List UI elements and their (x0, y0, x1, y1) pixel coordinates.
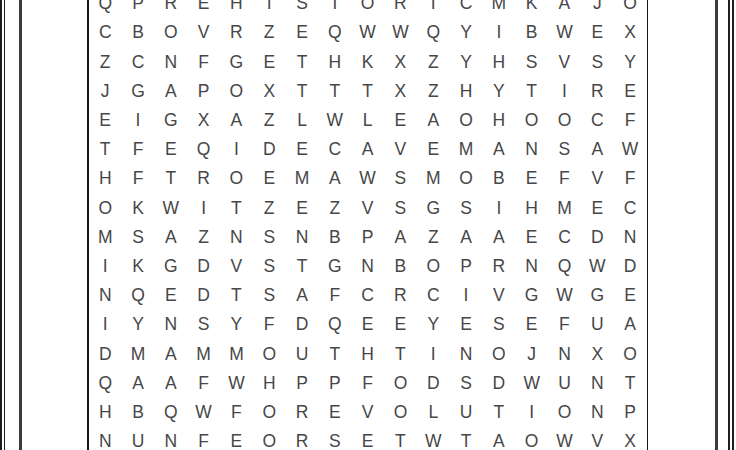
grid-cell-r13c10: T (384, 340, 417, 369)
grid-cell-r16c14: O (515, 427, 548, 450)
grid-cell-r16c1: N (89, 427, 122, 450)
grid-cell-r1c7: S (286, 0, 319, 19)
grid-cell-r6c11: E (417, 135, 450, 164)
grid-cell-r8c16: E (581, 194, 614, 223)
grid-cell-r15c16: N (581, 398, 614, 427)
grid-cell-r8c7: E (286, 194, 319, 223)
grid-cell-r12c7: D (286, 310, 319, 339)
grid-cell-r15c2: B (122, 398, 155, 427)
grid-cell-r7c15: F (548, 165, 581, 194)
grid-cell-r11c5: T (220, 281, 253, 310)
grid-cell-r3c5: G (220, 48, 253, 77)
grid-cell-r12c1: I (89, 310, 122, 339)
grid-cell-r14c14: W (515, 369, 548, 398)
grid-cell-r8c10: S (384, 194, 417, 223)
grid-cell-r7c8: A (318, 165, 351, 194)
grid-cell-r2c3: O (154, 19, 187, 48)
grid-cell-r9c10: A (384, 223, 417, 252)
grid-cell-r11c3: E (154, 281, 187, 310)
grid-cell-r11c9: C (351, 281, 384, 310)
grid-cell-r11c1: N (89, 281, 122, 310)
grid-cell-r1c13: M (482, 0, 515, 19)
grid-cell-r12c14: E (515, 310, 548, 339)
grid-cell-r16c17: X (614, 427, 647, 450)
grid-cell-r16c16: V (581, 427, 614, 450)
grid-cell-r2c7: E (286, 19, 319, 48)
grid-cell-r1c16: J (581, 0, 614, 19)
grid-cell-r3c7: T (286, 48, 319, 77)
grid-cell-r14c2: A (122, 369, 155, 398)
letter-grid: QPREHISTORICMKAJOCBOVRZEQWWQYIBWEXZCNFGE… (89, 0, 647, 450)
grid-cell-r5c15: O (548, 106, 581, 135)
grid-cell-r7c2: F (122, 165, 155, 194)
grid-cell-r4c9: T (351, 77, 384, 106)
page-frame-outer-left-line2 (4, 0, 6, 450)
grid-cell-r5c5: A (220, 106, 253, 135)
grid-cell-r8c17: C (614, 194, 647, 223)
grid-cell-r3c14: S (515, 48, 548, 77)
grid-cell-r11c14: G (515, 281, 548, 310)
grid-cell-r13c11: I (417, 340, 450, 369)
grid-cell-r1c14: K (515, 0, 548, 19)
grid-cell-r4c10: X (384, 77, 417, 106)
grid-cell-r11c2: Q (122, 281, 155, 310)
grid-cell-r5c3: G (154, 106, 187, 135)
grid-cell-r3c3: N (154, 48, 187, 77)
grid-cell-r5c8: W (318, 106, 351, 135)
grid-cell-r13c7: U (286, 340, 319, 369)
grid-cell-r9c5: N (220, 223, 253, 252)
grid-cell-r4c16: R (581, 77, 614, 106)
grid-cell-r7c3: T (154, 165, 187, 194)
grid-cell-r4c17: E (614, 77, 647, 106)
grid-cell-r8c8: Z (318, 194, 351, 223)
grid-cell-r7c10: S (384, 165, 417, 194)
grid-cell-r16c4: F (187, 427, 220, 450)
grid-cell-r14c11: D (417, 369, 450, 398)
grid-cell-r16c10: T (384, 427, 417, 450)
grid-cell-r6c9: A (351, 135, 384, 164)
grid-cell-r6c13: A (482, 135, 515, 164)
grid-cell-r9c15: C (548, 223, 581, 252)
grid-cell-r5c12: O (450, 106, 483, 135)
grid-cell-r15c15: O (548, 398, 581, 427)
puzzle-box-right-border (647, 0, 649, 450)
grid-cell-r1c8: T (318, 0, 351, 19)
grid-cell-r15c7: R (286, 398, 319, 427)
grid-cell-r2c10: W (384, 19, 417, 48)
grid-cell-r2c16: E (581, 19, 614, 48)
grid-cell-r3c16: S (581, 48, 614, 77)
grid-cell-r13c9: H (351, 340, 384, 369)
grid-cell-r9c1: M (89, 223, 122, 252)
grid-cell-r4c14: T (515, 77, 548, 106)
grid-cell-r3c6: E (253, 48, 286, 77)
grid-cell-r14c5: W (220, 369, 253, 398)
grid-cell-r15c9: V (351, 398, 384, 427)
grid-cell-r5c4: X (187, 106, 220, 135)
grid-cell-r12c6: F (253, 310, 286, 339)
grid-cell-r5c7: L (286, 106, 319, 135)
grid-cell-r13c2: M (122, 340, 155, 369)
grid-cell-r14c1: Q (89, 369, 122, 398)
grid-cell-r15c13: T (482, 398, 515, 427)
grid-cell-r5c13: H (482, 106, 515, 135)
grid-cell-r9c11: Z (417, 223, 450, 252)
grid-cell-r10c2: K (122, 252, 155, 281)
grid-cell-r13c12: N (450, 340, 483, 369)
grid-cell-r12c13: S (482, 310, 515, 339)
grid-cell-r13c13: O (482, 340, 515, 369)
grid-cell-r7c11: M (417, 165, 450, 194)
grid-cell-r4c3: A (154, 77, 187, 106)
grid-cell-r7c5: O (220, 165, 253, 194)
grid-cell-r4c15: I (548, 77, 581, 106)
grid-cell-r13c6: O (253, 340, 286, 369)
grid-cell-r15c3: Q (154, 398, 187, 427)
grid-cell-r9c6: S (253, 223, 286, 252)
grid-cell-r1c3: R (154, 0, 187, 19)
grid-cell-r13c14: J (515, 340, 548, 369)
grid-cell-r1c6: I (253, 0, 286, 19)
grid-cell-r6c1: T (89, 135, 122, 164)
grid-cell-r6c14: N (515, 135, 548, 164)
grid-cell-r8c1: O (89, 194, 122, 223)
grid-cell-r2c11: Q (417, 19, 450, 48)
grid-cell-r8c5: T (220, 194, 253, 223)
grid-cell-r5c14: O (515, 106, 548, 135)
grid-cell-r6c4: Q (187, 135, 220, 164)
grid-cell-r7c16: V (581, 165, 614, 194)
grid-cell-r13c8: T (318, 340, 351, 369)
grid-cell-r10c9: N (351, 252, 384, 281)
grid-cell-r10c5: V (220, 252, 253, 281)
grid-cell-r10c8: G (318, 252, 351, 281)
grid-cell-r15c1: H (89, 398, 122, 427)
grid-cell-r1c2: P (122, 0, 155, 19)
grid-cell-r11c16: G (581, 281, 614, 310)
grid-cell-r7c9: W (351, 165, 384, 194)
grid-cell-r7c4: R (187, 165, 220, 194)
grid-cell-r4c6: X (253, 77, 286, 106)
grid-cell-r3c10: X (384, 48, 417, 77)
grid-cell-r1c9: O (351, 0, 384, 19)
grid-cell-r2c2: B (122, 19, 155, 48)
grid-cell-r11c10: R (384, 281, 417, 310)
grid-cell-r6c16: A (581, 135, 614, 164)
grid-cell-r5c6: Z (253, 106, 286, 135)
grid-cell-r15c6: O (253, 398, 286, 427)
grid-cell-r6c7: E (286, 135, 319, 164)
grid-cell-r15c4: W (187, 398, 220, 427)
grid-cell-r10c4: D (187, 252, 220, 281)
grid-cell-r10c7: T (286, 252, 319, 281)
grid-cell-r4c12: H (450, 77, 483, 106)
grid-cell-r4c2: G (122, 77, 155, 106)
grid-cell-r9c17: N (614, 223, 647, 252)
grid-cell-r3c15: V (548, 48, 581, 77)
grid-cell-r11c11: C (417, 281, 450, 310)
grid-cell-r3c11: Z (417, 48, 450, 77)
grid-cell-r13c16: X (581, 340, 614, 369)
grid-cell-r16c11: W (417, 427, 450, 450)
grid-cell-r16c13: A (482, 427, 515, 450)
grid-cell-r1c12: C (450, 0, 483, 19)
grid-cell-r11c15: W (548, 281, 581, 310)
grid-cell-r7c17: F (614, 165, 647, 194)
grid-cell-r16c15: W (548, 427, 581, 450)
grid-cell-r6c15: S (548, 135, 581, 164)
grid-cell-r12c8: Q (318, 310, 351, 339)
grid-cell-r3c17: Y (614, 48, 647, 77)
grid-cell-r9c7: N (286, 223, 319, 252)
grid-cell-r4c1: J (89, 77, 122, 106)
grid-cell-r10c14: N (515, 252, 548, 281)
grid-cell-r1c17: O (614, 0, 647, 19)
grid-cell-r15c11: L (417, 398, 450, 427)
grid-cell-r13c17: O (614, 340, 647, 369)
grid-cell-r9c8: B (318, 223, 351, 252)
page-frame-inner-left-line (19, 0, 23, 450)
grid-cell-r9c13: A (482, 223, 515, 252)
grid-cell-r14c3: A (154, 369, 187, 398)
grid-cell-r15c8: E (318, 398, 351, 427)
grid-cell-r6c8: C (318, 135, 351, 164)
grid-cell-r2c13: I (482, 19, 515, 48)
grid-cell-r16c6: O (253, 427, 286, 450)
grid-cell-r2c6: Z (253, 19, 286, 48)
grid-cell-r10c6: S (253, 252, 286, 281)
grid-cell-r13c4: M (187, 340, 220, 369)
grid-cell-r3c4: F (187, 48, 220, 77)
grid-cell-r2c14: B (515, 19, 548, 48)
grid-cell-r10c15: Q (548, 252, 581, 281)
grid-cell-r6c5: I (220, 135, 253, 164)
grid-cell-r1c15: A (548, 0, 581, 19)
grid-cell-r8c9: V (351, 194, 384, 223)
grid-cell-r5c16: C (581, 106, 614, 135)
grid-cell-r13c1: D (89, 340, 122, 369)
grid-cell-r8c4: I (187, 194, 220, 223)
grid-cell-r12c2: Y (122, 310, 155, 339)
grid-cell-r3c1: Z (89, 48, 122, 77)
grid-cell-r4c11: Z (417, 77, 450, 106)
grid-cell-r10c11: O (417, 252, 450, 281)
grid-cell-r7c6: E (253, 165, 286, 194)
grid-cell-r7c13: B (482, 165, 515, 194)
grid-cell-r3c2: C (122, 48, 155, 77)
grid-cell-r9c16: D (581, 223, 614, 252)
grid-cell-r8c13: I (482, 194, 515, 223)
grid-cell-r10c10: B (384, 252, 417, 281)
grid-cell-r2c4: V (187, 19, 220, 48)
grid-cell-r3c13: H (482, 48, 515, 77)
grid-cell-r10c12: P (450, 252, 483, 281)
grid-cell-r4c4: P (187, 77, 220, 106)
grid-cell-r4c13: Y (482, 77, 515, 106)
grid-cell-r16c3: N (154, 427, 187, 450)
page-frame-outer-right-line (732, 0, 734, 450)
grid-cell-r14c15: U (548, 369, 581, 398)
grid-cell-r2c8: Q (318, 19, 351, 48)
grid-cell-r5c10: E (384, 106, 417, 135)
grid-cell-r8c14: H (515, 194, 548, 223)
grid-cell-r6c3: E (154, 135, 187, 164)
grid-cell-r8c12: S (450, 194, 483, 223)
grid-cell-r9c2: S (122, 223, 155, 252)
grid-cell-r2c5: R (220, 19, 253, 48)
grid-cell-r16c9: E (351, 427, 384, 450)
grid-cell-r2c9: W (351, 19, 384, 48)
grid-cell-r5c17: F (614, 106, 647, 135)
grid-cell-r12c12: E (450, 310, 483, 339)
grid-cell-r6c12: M (450, 135, 483, 164)
grid-cell-r13c3: A (154, 340, 187, 369)
grid-cell-r13c5: M (220, 340, 253, 369)
grid-cell-r7c14: E (515, 165, 548, 194)
grid-cell-r6c2: F (122, 135, 155, 164)
grid-cell-r16c5: E (220, 427, 253, 450)
grid-cell-r4c7: T (286, 77, 319, 106)
grid-cell-r7c12: O (450, 165, 483, 194)
grid-cell-r5c9: L (351, 106, 384, 135)
grid-cell-r14c9: F (351, 369, 384, 398)
grid-cell-r14c12: S (450, 369, 483, 398)
grid-cell-r14c8: P (318, 369, 351, 398)
grid-cell-r5c1: E (89, 106, 122, 135)
grid-cell-r15c10: O (384, 398, 417, 427)
grid-cell-r11c12: I (450, 281, 483, 310)
grid-cell-r10c3: G (154, 252, 187, 281)
grid-cell-r13c15: N (548, 340, 581, 369)
grid-cell-r11c7: A (286, 281, 319, 310)
worksheet-page: QPREHISTORICMKAJOCBOVRZEQWWQYIBWEXZCNFGE… (0, 0, 736, 450)
grid-cell-r8c3: W (154, 194, 187, 223)
grid-cell-r3c9: K (351, 48, 384, 77)
grid-cell-r1c10: R (384, 0, 417, 19)
grid-cell-r10c13: R (482, 252, 515, 281)
grid-cell-r12c9: E (351, 310, 384, 339)
grid-cell-r10c1: I (89, 252, 122, 281)
grid-cell-r12c5: Y (220, 310, 253, 339)
grid-cell-r9c14: E (515, 223, 548, 252)
grid-cell-r16c12: T (450, 427, 483, 450)
grid-cell-r8c6: Z (253, 194, 286, 223)
grid-cell-r3c12: Y (450, 48, 483, 77)
grid-cell-r10c16: W (581, 252, 614, 281)
grid-cell-r14c4: F (187, 369, 220, 398)
grid-cell-r16c7: R (286, 427, 319, 450)
grid-cell-r15c17: P (614, 398, 647, 427)
grid-cell-r6c17: W (614, 135, 647, 164)
grid-cell-r8c2: K (122, 194, 155, 223)
grid-cell-r12c16: U (581, 310, 614, 339)
grid-cell-r16c8: S (318, 427, 351, 450)
grid-cell-r12c11: Y (417, 310, 450, 339)
grid-cell-r15c5: F (220, 398, 253, 427)
grid-cell-r9c4: Z (187, 223, 220, 252)
page-frame-outer-left-line (0, 0, 2, 450)
grid-cell-r1c4: E (187, 0, 220, 19)
grid-cell-r3c8: H (318, 48, 351, 77)
grid-cell-r14c17: T (614, 369, 647, 398)
grid-cell-r9c9: P (351, 223, 384, 252)
grid-cell-r4c8: T (318, 77, 351, 106)
grid-cell-r12c17: A (614, 310, 647, 339)
grid-cell-r1c5: H (220, 0, 253, 19)
grid-cell-r10c17: D (614, 252, 647, 281)
page-frame-inner-right-line (715, 0, 719, 450)
grid-cell-r6c6: D (253, 135, 286, 164)
grid-cell-r14c10: O (384, 369, 417, 398)
grid-cell-r14c13: D (482, 369, 515, 398)
grid-cell-r1c1: Q (89, 0, 122, 19)
grid-cell-r7c1: H (89, 165, 122, 194)
grid-cell-r12c4: S (187, 310, 220, 339)
grid-cell-r11c17: E (614, 281, 647, 310)
grid-cell-r2c17: X (614, 19, 647, 48)
grid-cell-r15c12: U (450, 398, 483, 427)
grid-cell-r8c11: G (417, 194, 450, 223)
page-frame-outer-right-line2 (728, 0, 730, 450)
grid-cell-r8c15: M (548, 194, 581, 223)
grid-cell-r11c4: D (187, 281, 220, 310)
grid-cell-r2c15: W (548, 19, 581, 48)
grid-cell-r11c8: F (318, 281, 351, 310)
grid-cell-r11c13: V (482, 281, 515, 310)
grid-cell-r11c6: S (253, 281, 286, 310)
grid-cell-r14c16: N (581, 369, 614, 398)
grid-cell-r5c2: I (122, 106, 155, 135)
grid-cell-r5c11: A (417, 106, 450, 135)
grid-cell-r6c10: V (384, 135, 417, 164)
grid-cell-r16c2: U (122, 427, 155, 450)
grid-cell-r12c10: E (384, 310, 417, 339)
grid-cell-r12c15: F (548, 310, 581, 339)
grid-cell-r1c11: I (417, 0, 450, 19)
grid-cell-r14c7: P (286, 369, 319, 398)
grid-cell-r9c3: A (154, 223, 187, 252)
grid-cell-r12c3: N (154, 310, 187, 339)
grid-cell-r14c6: H (253, 369, 286, 398)
grid-cell-r4c5: O (220, 77, 253, 106)
grid-cell-r15c14: I (515, 398, 548, 427)
grid-cell-r7c7: M (286, 165, 319, 194)
grid-cell-r2c1: C (89, 19, 122, 48)
grid-cell-r2c12: Y (450, 19, 483, 48)
grid-cell-r9c12: A (450, 223, 483, 252)
